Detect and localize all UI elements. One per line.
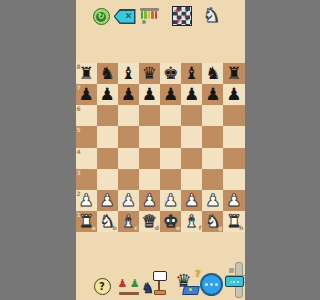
piece-white-rook: ♜	[76, 211, 97, 232]
square-b6[interactable]	[97, 105, 118, 126]
square-c6[interactable]	[118, 105, 139, 126]
square-a4[interactable]: 4	[76, 148, 97, 169]
square-e4[interactable]	[160, 148, 181, 169]
square-f6[interactable]	[181, 105, 202, 126]
square-d2[interactable]: ♟	[139, 190, 160, 211]
piece-white-bishop: ♝	[118, 211, 139, 232]
piece-black-pawn: ♟	[97, 84, 118, 105]
piece-black-knight: ♞	[97, 63, 118, 84]
square-b1[interactable]: b♞	[97, 211, 118, 232]
engine-play-button[interactable]: ♞	[201, 3, 223, 27]
square-g1[interactable]: g♞	[202, 211, 223, 232]
rank-label: 3	[77, 170, 81, 176]
piece-white-knight: ♞	[97, 211, 118, 232]
square-f8[interactable]: ♝	[181, 63, 202, 84]
app-screen: ↻ ✕ + + + ♞ 8♜♞♝♛♚♝♞♜7♟♟♟♟♟♟♟♟65432♟♟♟♟♟…	[76, 0, 245, 300]
square-d7[interactable]: ♟	[139, 84, 160, 105]
piece-white-king: ♚	[160, 211, 181, 232]
square-c5[interactable]	[118, 126, 139, 147]
piece-black-pawn: ♟	[202, 84, 223, 105]
square-g7[interactable]: ♟	[202, 84, 223, 105]
piece-black-pawn: ♟	[160, 84, 181, 105]
piece-black-bishop: ♝	[118, 63, 139, 84]
rank-label: 6	[77, 106, 81, 112]
square-g4[interactable]	[202, 148, 223, 169]
rank-label: 5	[77, 127, 81, 133]
red-plus-icon: +	[176, 18, 182, 24]
square-d3[interactable]	[139, 169, 160, 190]
piece-white-pawn: ♟	[160, 190, 181, 211]
square-g2[interactable]: ♟	[202, 190, 223, 211]
piece-white-queen: ♛	[139, 211, 160, 232]
square-f5[interactable]	[181, 126, 202, 147]
square-g5[interactable]	[202, 126, 223, 147]
piece-black-king: ♚	[160, 63, 181, 84]
square-a1[interactable]: 1a♜	[76, 211, 97, 232]
network-chip-icon	[225, 276, 244, 287]
red-plus-icon: +	[174, 8, 180, 14]
board-editor-button[interactable]: + + +	[172, 6, 192, 26]
square-d1[interactable]: d♛	[139, 211, 160, 232]
square-c4[interactable]	[118, 148, 139, 169]
piece-black-pawn: ♟	[118, 84, 139, 105]
square-b3[interactable]	[97, 169, 118, 190]
square-e1[interactable]: e♚	[160, 211, 181, 232]
square-a5[interactable]: 5	[76, 126, 97, 147]
square-b4[interactable]	[97, 148, 118, 169]
square-f2[interactable]: ♟	[181, 190, 202, 211]
undo-move-button[interactable]: ✕	[114, 9, 136, 24]
ellipsis-icon	[205, 283, 208, 286]
level-meter-button[interactable]	[140, 8, 159, 25]
square-e2[interactable]: ♟	[160, 190, 181, 211]
square-h6[interactable]	[223, 105, 244, 126]
table-base	[119, 292, 139, 295]
piece-white-pawn: ♟	[202, 190, 223, 211]
level-meter-icon	[141, 11, 158, 19]
piece-white-knight: ♞	[202, 211, 223, 232]
x-icon: ✕	[122, 10, 136, 23]
piece-black-rook: ♜	[76, 63, 97, 84]
square-c2[interactable]: ♟	[118, 190, 139, 211]
hint-button[interactable]: ♞	[142, 271, 169, 296]
white-knight-icon: ♞	[203, 3, 221, 27]
new-game-button[interactable]: ↻	[93, 8, 110, 25]
help-button[interactable]: ?	[94, 278, 111, 295]
rank-label: 4	[77, 149, 81, 155]
piece-white-pawn: ♟	[139, 190, 160, 211]
square-h4[interactable]	[223, 148, 244, 169]
piece-black-pawn: ♟	[76, 84, 97, 105]
square-f4[interactable]	[181, 148, 202, 169]
connections-button[interactable]	[225, 262, 245, 298]
piece-black-bishop: ♝	[181, 63, 202, 84]
square-e3[interactable]	[160, 169, 181, 190]
square-d5[interactable]	[139, 126, 160, 147]
square-h8[interactable]: ♜	[223, 63, 244, 84]
piece-white-pawn: ♟	[118, 190, 139, 211]
piece-black-pawn: ♟	[139, 84, 160, 105]
square-c1[interactable]: c♝	[118, 211, 139, 232]
square-h3[interactable]	[223, 169, 244, 190]
green-player-icon: ♟	[130, 277, 140, 291]
piece-white-rook: ♜	[223, 211, 244, 232]
chess-board: 8♜♞♝♛♚♝♞♜7♟♟♟♟♟♟♟♟65432♟♟♟♟♟♟♟♟1a♜b♞c♝d♛…	[76, 63, 245, 232]
square-b8[interactable]: ♞	[97, 63, 118, 84]
square-e7[interactable]: ♟	[160, 84, 181, 105]
square-a7[interactable]: 7♟	[76, 84, 97, 105]
red-plus-icon: +	[183, 13, 189, 19]
square-h1[interactable]: h♜	[223, 211, 244, 232]
square-a3[interactable]: 3	[76, 169, 97, 190]
square-a2[interactable]: 2♟	[76, 190, 97, 211]
speech-bubble-icon	[153, 271, 167, 281]
piece-black-pawn: ♟	[181, 84, 202, 105]
square-h7[interactable]: ♟	[223, 84, 244, 105]
piece-white-bishop: ♝	[181, 211, 202, 232]
square-c3[interactable]	[118, 169, 139, 190]
piece-black-rook: ♜	[223, 63, 244, 84]
square-c7[interactable]: ♟	[118, 84, 139, 105]
piece-black-knight: ♞	[202, 63, 223, 84]
red-player-icon: ♟	[118, 277, 128, 291]
blue-knight-icon: ♞	[142, 280, 155, 296]
square-b7[interactable]: ♟	[97, 84, 118, 105]
learn-button[interactable]: ? ♛	[174, 269, 201, 296]
square-g6[interactable]	[202, 105, 223, 126]
square-g3[interactable]	[202, 169, 223, 190]
square-f7[interactable]: ♟	[181, 84, 202, 105]
square-d4[interactable]	[139, 148, 160, 169]
square-e8[interactable]: ♚	[160, 63, 181, 84]
piece-white-pawn: ♟	[181, 190, 202, 211]
square-a8[interactable]: 8♜	[76, 63, 97, 84]
square-h2[interactable]: ♟	[223, 190, 244, 211]
restart-icon: ↻	[96, 12, 106, 22]
square-c8[interactable]: ♝	[118, 63, 139, 84]
square-d6[interactable]	[139, 105, 160, 126]
square-f3[interactable]	[181, 169, 202, 190]
piece-white-pawn: ♟	[97, 190, 118, 211]
square-d8[interactable]: ♛	[139, 63, 160, 84]
question-icon: ?	[99, 281, 105, 292]
square-f1[interactable]: f♝	[181, 211, 202, 232]
square-e6[interactable]	[160, 105, 181, 126]
square-b2[interactable]: ♟	[97, 190, 118, 211]
square-a6[interactable]: 6	[76, 105, 97, 126]
square-e5[interactable]	[160, 126, 181, 147]
square-h5[interactable]	[223, 126, 244, 147]
square-g8[interactable]: ♞	[202, 63, 223, 84]
piece-black-queen: ♛	[139, 63, 160, 84]
square-b5[interactable]	[97, 126, 118, 147]
more-options-button[interactable]	[200, 273, 223, 296]
yellow-question-icon: ?	[195, 269, 200, 279]
piece-white-pawn: ♟	[76, 190, 97, 211]
piece-black-pawn: ♟	[223, 84, 244, 105]
two-players-button[interactable]: ♟ ♟	[118, 277, 140, 295]
piece-white-pawn: ♟	[223, 190, 244, 211]
